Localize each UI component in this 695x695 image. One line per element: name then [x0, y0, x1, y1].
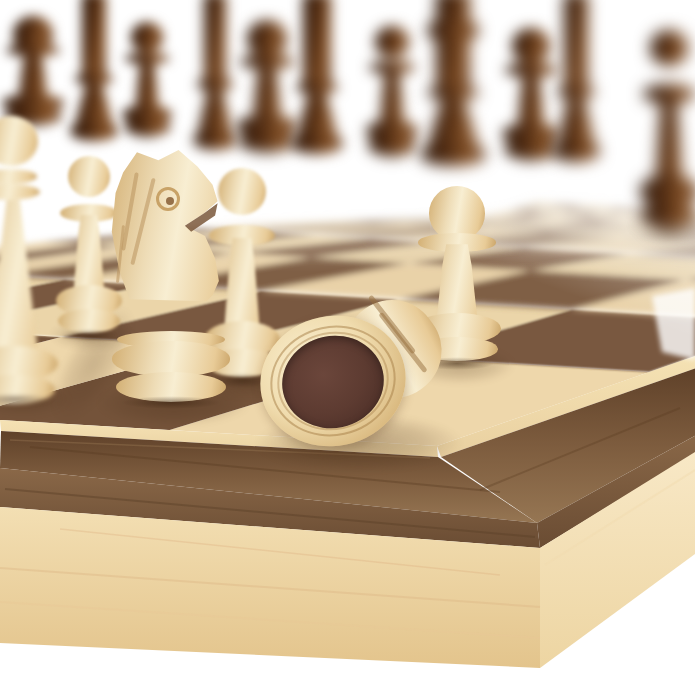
pw-body: [648, 96, 690, 187]
piece-part: [303, 0, 330, 87]
piece-part: [82, 0, 107, 79]
pw-body: [129, 60, 165, 112]
piece-part: [375, 26, 408, 58]
dark-tall-piece-d6[interactable]: [291, 0, 343, 156]
pw-body: [373, 69, 410, 128]
piece-part: [436, 0, 470, 93]
dark-pawn-d11[interactable]: [640, 30, 695, 236]
piece-part: [70, 121, 118, 141]
chess-set-photo: [0, 0, 695, 695]
piece-part: [0, 169, 37, 183]
piece-part: [564, 0, 589, 92]
piece-part: [427, 18, 480, 43]
contact: [507, 156, 556, 166]
piece-part: [291, 133, 343, 154]
piece-part: [0, 116, 38, 166]
dark-tall-piece-d10[interactable]: [552, 0, 600, 164]
dark-bishop-d8[interactable]: [420, 0, 486, 168]
dark-pawn-d5[interactable]: [236, 20, 298, 156]
pw-body: [65, 215, 113, 296]
piece-part: [131, 22, 163, 53]
k-head: [108, 146, 234, 350]
dark-pawn-d7[interactable]: [366, 26, 418, 160]
piece-part: [512, 28, 549, 64]
light-pawn-pf[interactable]: [260, 296, 440, 466]
bp-body: [0, 200, 55, 353]
contact: [645, 224, 694, 238]
light-bishop-b1[interactable]: [0, 116, 60, 404]
piece-part: [420, 143, 486, 166]
piece-part: [0, 184, 40, 200]
piece-part: [68, 156, 110, 197]
tl-flare: [196, 88, 235, 136]
piece-part: [204, 0, 227, 85]
contact: [370, 152, 414, 161]
dark-tall-piece-d2[interactable]: [70, 0, 118, 142]
dark-tall-piece-d4[interactable]: [193, 0, 237, 152]
dark-pawn-d3[interactable]: [122, 22, 172, 140]
piece-part: [247, 20, 287, 58]
contact: [0, 394, 53, 406]
dark-pawn-d1[interactable]: [2, 16, 64, 128]
light-knight-n1[interactable]: [108, 146, 234, 408]
knight-eye: [156, 187, 180, 211]
piece-part: [166, 197, 174, 205]
piece-part: [552, 140, 600, 162]
piece-part: [650, 30, 687, 66]
contact: [121, 396, 222, 409]
contact: [126, 133, 168, 141]
contact: [241, 148, 293, 158]
